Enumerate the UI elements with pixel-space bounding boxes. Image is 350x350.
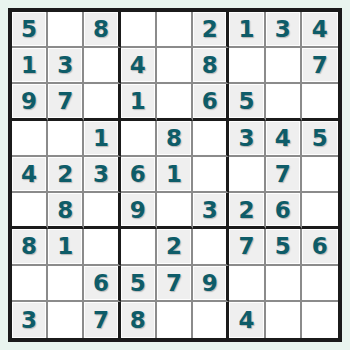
cell-r7c4[interactable] [121,229,157,265]
cell-r6c9[interactable] [302,193,338,229]
cell-r1c4[interactable] [121,12,157,48]
cell-r7c5[interactable]: 2 [157,229,193,265]
cell-r9c5[interactable] [157,302,193,338]
cell-r2c2[interactable]: 3 [48,48,84,84]
cell-r4c4[interactable] [121,121,157,157]
cell-r8c7[interactable] [229,266,265,302]
cell-r9c2[interactable] [48,302,84,338]
cell-r3c4[interactable]: 1 [121,84,157,120]
cell-r4c6[interactable] [193,121,229,157]
cell-r2c8[interactable] [266,48,302,84]
cell-r2c7[interactable] [229,48,265,84]
cell-r8c6[interactable]: 9 [193,266,229,302]
cell-r2c1[interactable]: 1 [12,48,48,84]
cell-r8c2[interactable] [48,266,84,302]
cell-r6c3[interactable] [84,193,120,229]
cell-r3c3[interactable] [84,84,120,120]
cell-r4c3[interactable]: 1 [84,121,120,157]
cell-r5c1[interactable]: 4 [12,157,48,193]
cell-r1c3[interactable]: 8 [84,12,120,48]
cell-r6c7[interactable]: 2 [229,193,265,229]
cell-r4c2[interactable] [48,121,84,157]
cell-r1c7[interactable]: 1 [229,12,265,48]
cell-r1c6[interactable]: 2 [193,12,229,48]
cell-r1c5[interactable] [157,12,193,48]
cell-r9c8[interactable] [266,302,302,338]
cell-r1c8[interactable]: 3 [266,12,302,48]
cell-r4c1[interactable] [12,121,48,157]
cell-r4c7[interactable]: 3 [229,121,265,157]
cell-r3c9[interactable] [302,84,338,120]
cell-r9c4[interactable]: 8 [121,302,157,338]
cell-r3c7[interactable]: 5 [229,84,265,120]
cell-r5c3[interactable]: 3 [84,157,120,193]
cell-r3c2[interactable]: 7 [48,84,84,120]
cell-r7c3[interactable] [84,229,120,265]
cell-r2c6[interactable]: 8 [193,48,229,84]
cell-r6c4[interactable]: 9 [121,193,157,229]
cell-r9c3[interactable]: 7 [84,302,120,338]
cell-r1c1[interactable]: 5 [12,12,48,48]
cell-r8c4[interactable]: 5 [121,266,157,302]
cell-r2c9[interactable]: 7 [302,48,338,84]
cell-r8c3[interactable]: 6 [84,266,120,302]
cell-r3c5[interactable] [157,84,193,120]
cell-r7c1[interactable]: 8 [12,229,48,265]
cell-r8c1[interactable] [12,266,48,302]
cell-r5c4[interactable]: 6 [121,157,157,193]
cell-r7c9[interactable]: 6 [302,229,338,265]
cell-r6c2[interactable]: 8 [48,193,84,229]
cell-r9c6[interactable] [193,302,229,338]
cell-r9c1[interactable]: 3 [12,302,48,338]
cell-r9c7[interactable]: 4 [229,302,265,338]
cell-r5c5[interactable]: 1 [157,157,193,193]
cell-r9c9[interactable] [302,302,338,338]
cell-r8c9[interactable] [302,266,338,302]
cell-r6c8[interactable]: 6 [266,193,302,229]
cell-r7c2[interactable]: 1 [48,229,84,265]
cell-r6c5[interactable] [157,193,193,229]
cell-r5c8[interactable]: 7 [266,157,302,193]
cell-r7c6[interactable] [193,229,229,265]
cell-r8c5[interactable]: 7 [157,266,193,302]
cell-r5c2[interactable]: 2 [48,157,84,193]
cell-r5c7[interactable] [229,157,265,193]
cell-r2c3[interactable] [84,48,120,84]
cell-r2c5[interactable] [157,48,193,84]
cell-r1c2[interactable] [48,12,84,48]
cell-r5c6[interactable] [193,157,229,193]
cell-r4c8[interactable]: 4 [266,121,302,157]
cell-r4c9[interactable]: 5 [302,121,338,157]
cell-r4c5[interactable]: 8 [157,121,193,157]
cell-r3c1[interactable]: 9 [12,84,48,120]
cell-r8c8[interactable] [266,266,302,302]
cell-r2c4[interactable]: 4 [121,48,157,84]
cell-r3c8[interactable] [266,84,302,120]
cell-r3c6[interactable]: 6 [193,84,229,120]
cell-r7c8[interactable]: 5 [266,229,302,265]
cell-r6c6[interactable]: 3 [193,193,229,229]
sudoku-board: 5821341348797165183454236178932681275665… [8,8,342,342]
cell-r1c9[interactable]: 4 [302,12,338,48]
cell-r7c7[interactable]: 7 [229,229,265,265]
cell-r6c1[interactable] [12,193,48,229]
cell-r5c9[interactable] [302,157,338,193]
